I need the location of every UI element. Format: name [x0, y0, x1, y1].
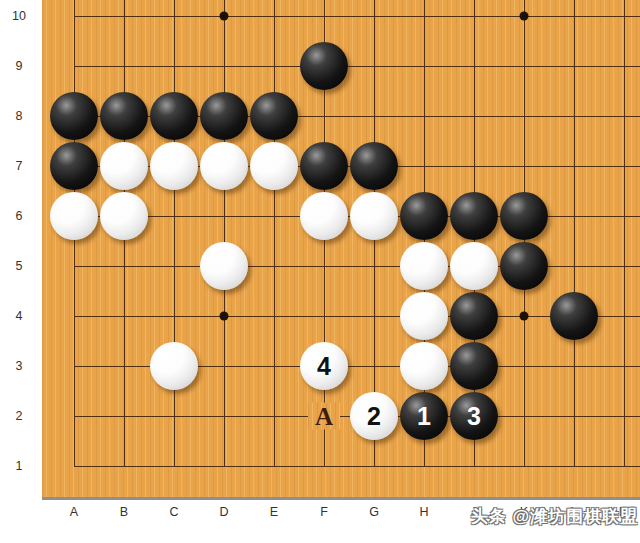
point-label-A: A: [308, 403, 340, 430]
coord-col-label: F: [309, 504, 339, 520]
stone-white: [50, 192, 98, 240]
move-number-label: 1: [417, 404, 431, 429]
stone-black: [100, 92, 148, 140]
stone-white: 2: [350, 392, 398, 440]
stone-black: [200, 92, 248, 140]
go-board: A1342: [42, 0, 640, 497]
stone-white: [450, 242, 498, 290]
coord-col-label: C: [159, 504, 189, 520]
board-bottom-shadow: [42, 497, 640, 500]
stone-white: [100, 192, 148, 240]
move-number-label: 3: [467, 404, 481, 429]
stone-white: [400, 292, 448, 340]
stone-black: [150, 92, 198, 140]
stone-black: [450, 342, 498, 390]
coord-row-label: 9: [4, 58, 34, 74]
move-number-label: 2: [367, 404, 381, 429]
stone-black: [450, 192, 498, 240]
coord-col-label: A: [59, 504, 89, 520]
stone-white: [400, 242, 448, 290]
stone-black: [400, 192, 448, 240]
stone-black: [50, 92, 98, 140]
stone-black: [50, 142, 98, 190]
stone-black: [550, 292, 598, 340]
coord-row-label: 5: [4, 258, 34, 274]
coord-row-label: 10: [4, 8, 34, 24]
star-point: [520, 312, 529, 321]
stone-white: [350, 192, 398, 240]
coord-row-label: 3: [4, 358, 34, 374]
watermark: 头条 @潍坊围棋联盟: [471, 505, 638, 528]
star-point: [220, 12, 229, 21]
star-point: [220, 312, 229, 321]
stone-black: [450, 292, 498, 340]
stone-white: [250, 142, 298, 190]
stone-white: [150, 342, 198, 390]
coord-col-label: B: [109, 504, 139, 520]
stone-white: [300, 192, 348, 240]
star-point: [520, 12, 529, 21]
coord-col-label: D: [209, 504, 239, 520]
stone-black: [300, 42, 348, 90]
stone-black: [300, 142, 348, 190]
coord-row-label: 1: [4, 458, 34, 474]
coord-col-label: H: [409, 504, 439, 520]
coord-row-label: 8: [4, 108, 34, 124]
coord-col-label: E: [259, 504, 289, 520]
stone-white: [200, 242, 248, 290]
stone-black: [350, 142, 398, 190]
stone-black: [500, 242, 548, 290]
stone-black: [250, 92, 298, 140]
stone-white: [400, 342, 448, 390]
stone-white: [150, 142, 198, 190]
coord-col-label: G: [359, 504, 389, 520]
coord-row-label: 6: [4, 208, 34, 224]
move-number-label: 4: [317, 354, 331, 379]
stone-white: 4: [300, 342, 348, 390]
stones-layer: A1342: [42, 0, 640, 497]
stone-black: [500, 192, 548, 240]
coord-row-label: 7: [4, 158, 34, 174]
stone-white: [200, 142, 248, 190]
coord-row-label: 4: [4, 308, 34, 324]
stone-white: [100, 142, 148, 190]
stone-black: 1: [400, 392, 448, 440]
coord-row-label: 2: [4, 408, 34, 424]
stone-black: 3: [450, 392, 498, 440]
